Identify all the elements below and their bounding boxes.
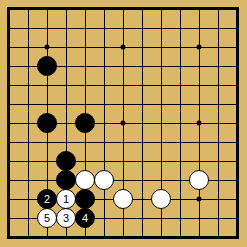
- stone-move-number: 2: [44, 190, 50, 208]
- white-stone: [113, 189, 133, 209]
- stone-move-number: 1: [63, 190, 69, 208]
- black-stone-move-4: 4: [75, 208, 95, 228]
- stone-move-number: 4: [82, 209, 88, 227]
- white-stone-move-1: 1: [56, 189, 76, 209]
- stone-move-number: 5: [44, 209, 50, 227]
- go-board: 21534: [0, 0, 247, 247]
- white-stone: [94, 170, 114, 190]
- white-stone-move-5: 5: [37, 208, 57, 228]
- black-stone: [56, 170, 76, 190]
- hoshi-point: [197, 121, 202, 126]
- white-stone: [189, 170, 209, 190]
- black-stone: [37, 113, 57, 133]
- black-stone: [75, 189, 95, 209]
- white-stone: [75, 170, 95, 190]
- black-stone-move-2: 2: [37, 189, 57, 209]
- hoshi-point: [121, 45, 126, 50]
- white-stone: [151, 189, 171, 209]
- black-stone: [37, 56, 57, 76]
- black-stone: [75, 113, 95, 133]
- hoshi-point: [197, 197, 202, 202]
- hoshi-point: [197, 45, 202, 50]
- hoshi-point: [121, 121, 126, 126]
- hoshi-point: [45, 45, 50, 50]
- stone-move-number: 3: [63, 209, 69, 227]
- white-stone-move-3: 3: [56, 208, 76, 228]
- black-stone: [56, 151, 76, 171]
